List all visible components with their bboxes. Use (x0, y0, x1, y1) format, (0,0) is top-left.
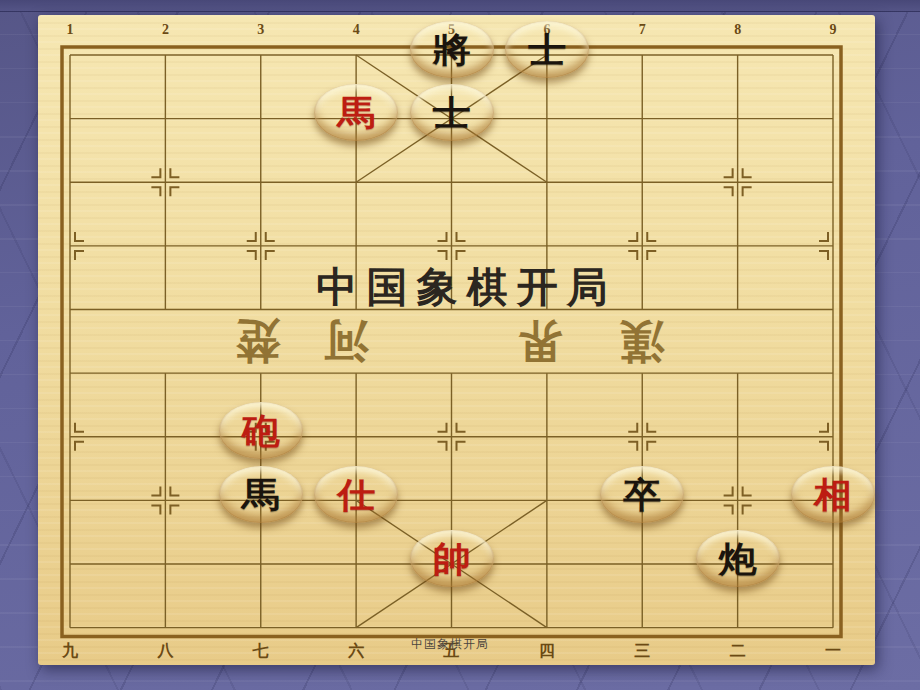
piece-glyph: 相 (814, 468, 852, 520)
piece-black-soldier-file7-rank7[interactable]: 卒 (600, 466, 684, 523)
piece-red-cannon-file3-rank6[interactable]: 砲 (219, 402, 303, 459)
piece-glyph: 士 (528, 23, 566, 75)
piece-layer: 將士馬士砲馬仕卒相帥炮 (22, 23, 880, 659)
piece-glyph: 仕 (337, 468, 375, 520)
piece-red-general-file5-rank8[interactable]: 帥 (410, 530, 494, 587)
piece-glyph: 卒 (623, 468, 661, 520)
piece-red-elephant-file9-rank7[interactable]: 相 (791, 466, 875, 523)
slide-top-strip (0, 0, 920, 12)
xiangqi-board: 123456789 九八七六五四三二一 楚河界漢 中国象棋开局 中国象棋开局 將… (38, 15, 875, 665)
piece-glyph: 砲 (242, 405, 280, 457)
piece-red-advisor-file4-rank7[interactable]: 仕 (314, 466, 398, 523)
piece-glyph: 帥 (433, 532, 471, 584)
piece-glyph: 馬 (337, 86, 375, 138)
piece-black-horse-file3-rank7[interactable]: 馬 (219, 466, 303, 523)
piece-glyph: 士 (433, 86, 471, 138)
piece-glyph: 將 (433, 23, 471, 75)
piece-glyph: 馬 (242, 468, 280, 520)
piece-red-horse-file4-rank1[interactable]: 馬 (314, 84, 398, 141)
piece-black-advisor-file6-rank0[interactable]: 士 (505, 21, 589, 78)
slide-caption: 中国象棋开局 (411, 636, 489, 653)
piece-glyph: 炮 (719, 532, 757, 584)
piece-black-general-file5-rank0[interactable]: 將 (410, 21, 494, 78)
piece-black-cannon-file8-rank8[interactable]: 炮 (696, 530, 780, 587)
piece-black-advisor-file5-rank1[interactable]: 士 (410, 84, 494, 141)
